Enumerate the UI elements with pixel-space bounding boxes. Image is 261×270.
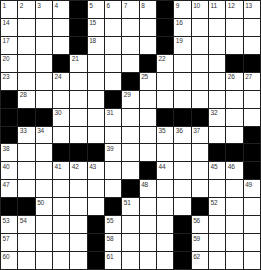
clue-number: 48 xyxy=(141,181,148,188)
black-square xyxy=(1,91,17,108)
clue-number: 18 xyxy=(89,37,96,44)
white-square[interactable] xyxy=(140,216,156,233)
black-square xyxy=(192,198,208,215)
black-square xyxy=(18,198,34,215)
white-square[interactable] xyxy=(157,73,173,90)
white-square[interactable]: 9 xyxy=(174,1,190,18)
white-square[interactable] xyxy=(36,55,52,72)
clue-number: 59 xyxy=(193,235,200,242)
clue-number: 38 xyxy=(3,145,10,152)
white-square[interactable] xyxy=(140,144,156,161)
clue-number: 1 xyxy=(3,2,6,9)
clue-number: 8 xyxy=(141,2,144,9)
clue-number: 39 xyxy=(107,145,114,152)
white-square[interactable] xyxy=(226,252,242,269)
white-square[interactable] xyxy=(88,180,104,197)
white-square[interactable] xyxy=(209,234,225,251)
white-square[interactable] xyxy=(157,91,173,108)
white-square[interactable] xyxy=(226,216,242,233)
white-square[interactable]: 47 xyxy=(1,180,17,197)
black-square xyxy=(36,109,52,126)
black-square xyxy=(105,91,121,108)
white-square[interactable]: 40 xyxy=(1,162,17,179)
clue-number: 2 xyxy=(20,2,23,9)
white-square[interactable] xyxy=(53,234,69,251)
white-square[interactable] xyxy=(88,127,104,144)
white-square[interactable]: 4 xyxy=(53,1,69,18)
white-square[interactable]: 30 xyxy=(53,109,69,126)
black-square xyxy=(244,127,260,144)
white-square[interactable] xyxy=(174,144,190,161)
white-square[interactable] xyxy=(88,55,104,72)
clue-number: 50 xyxy=(37,199,44,206)
white-square[interactable] xyxy=(88,73,104,90)
black-square xyxy=(226,144,242,161)
white-square[interactable] xyxy=(18,252,34,269)
white-square[interactable] xyxy=(226,180,242,197)
black-square xyxy=(122,73,138,90)
white-square[interactable] xyxy=(122,109,138,126)
white-square[interactable] xyxy=(122,144,138,161)
white-square[interactable] xyxy=(53,252,69,269)
clue-number: 52 xyxy=(211,199,218,206)
black-square xyxy=(157,109,173,126)
white-square[interactable]: 1 xyxy=(1,1,17,18)
white-square[interactable]: 32 xyxy=(209,109,225,126)
white-square[interactable]: 25 xyxy=(140,73,156,90)
clue-number: 15 xyxy=(89,19,96,26)
white-square[interactable] xyxy=(157,180,173,197)
black-square xyxy=(18,109,34,126)
white-square[interactable]: 39 xyxy=(105,144,121,161)
black-square xyxy=(174,109,190,126)
white-square[interactable] xyxy=(70,198,86,215)
white-square[interactable]: 34 xyxy=(36,127,52,144)
white-square[interactable]: 46 xyxy=(226,162,242,179)
black-square xyxy=(1,127,17,144)
white-square[interactable] xyxy=(209,73,225,90)
white-square[interactable]: 27 xyxy=(244,73,260,90)
clue-number: 45 xyxy=(211,163,218,170)
white-square[interactable]: 49 xyxy=(244,180,260,197)
clue-number: 35 xyxy=(159,127,166,134)
white-square[interactable]: 8 xyxy=(140,1,156,18)
clue-number: 23 xyxy=(3,73,10,80)
white-square[interactable] xyxy=(174,198,190,215)
white-square[interactable]: 45 xyxy=(209,162,225,179)
clue-number: 7 xyxy=(124,2,127,9)
black-square xyxy=(226,55,242,72)
clue-number: 33 xyxy=(20,127,27,134)
white-square[interactable] xyxy=(88,109,104,126)
white-square[interactable]: 20 xyxy=(1,55,17,72)
white-square[interactable] xyxy=(226,91,242,108)
clue-number: 31 xyxy=(107,109,114,116)
white-square[interactable] xyxy=(192,162,208,179)
white-square[interactable] xyxy=(192,144,208,161)
white-square[interactable] xyxy=(122,37,138,54)
black-square xyxy=(192,109,208,126)
white-square[interactable] xyxy=(209,55,225,72)
white-square[interactable]: 55 xyxy=(105,216,121,233)
white-square[interactable] xyxy=(140,127,156,144)
white-square[interactable] xyxy=(140,109,156,126)
clue-number: 17 xyxy=(3,37,10,44)
white-square[interactable]: 52 xyxy=(209,198,225,215)
clue-number: 30 xyxy=(55,109,62,116)
white-square[interactable] xyxy=(192,73,208,90)
black-square xyxy=(174,234,190,251)
white-square[interactable] xyxy=(18,19,34,36)
white-square[interactable] xyxy=(53,180,69,197)
white-square[interactable] xyxy=(105,73,121,90)
white-square[interactable] xyxy=(18,234,34,251)
clue-number: 12 xyxy=(228,2,235,9)
white-square[interactable]: 22 xyxy=(157,55,173,72)
white-square[interactable]: 26 xyxy=(226,73,242,90)
white-square[interactable]: 50 xyxy=(36,198,52,215)
white-square[interactable] xyxy=(157,252,173,269)
clue-number: 19 xyxy=(176,37,183,44)
white-square[interactable] xyxy=(174,162,190,179)
white-square[interactable]: 60 xyxy=(1,252,17,269)
white-square[interactable]: 35 xyxy=(157,127,173,144)
white-square[interactable] xyxy=(174,91,190,108)
white-square[interactable] xyxy=(192,91,208,108)
white-square[interactable] xyxy=(226,19,242,36)
white-square[interactable] xyxy=(157,144,173,161)
white-square[interactable] xyxy=(70,234,86,251)
white-square[interactable]: 36 xyxy=(174,127,190,144)
black-square xyxy=(70,19,86,36)
clue-number: 40 xyxy=(3,163,10,170)
white-square[interactable]: 14 xyxy=(1,19,17,36)
clue-number: 43 xyxy=(89,163,96,170)
clue-number: 28 xyxy=(20,91,27,98)
clue-number: 61 xyxy=(107,253,114,260)
white-square[interactable] xyxy=(70,91,86,108)
black-square xyxy=(157,37,173,54)
white-square[interactable] xyxy=(105,55,121,72)
white-square[interactable] xyxy=(36,162,52,179)
white-square[interactable] xyxy=(209,91,225,108)
black-square xyxy=(174,252,190,269)
white-square[interactable]: 41 xyxy=(53,162,69,179)
white-square[interactable]: 15 xyxy=(88,19,104,36)
white-square[interactable]: 3 xyxy=(36,1,52,18)
white-square[interactable]: 54 xyxy=(18,216,34,233)
white-square[interactable] xyxy=(192,19,208,36)
white-square[interactable] xyxy=(122,55,138,72)
white-square[interactable] xyxy=(70,109,86,126)
white-square[interactable] xyxy=(209,127,225,144)
white-square[interactable] xyxy=(140,252,156,269)
clue-number: 62 xyxy=(193,253,200,260)
clue-number: 44 xyxy=(159,163,166,170)
clue-number: 36 xyxy=(176,127,183,134)
white-square[interactable] xyxy=(157,216,173,233)
white-square[interactable] xyxy=(140,198,156,215)
clue-number: 57 xyxy=(3,235,10,242)
clue-number: 24 xyxy=(55,73,62,80)
black-square xyxy=(244,144,260,161)
white-square[interactable]: 18 xyxy=(88,37,104,54)
black-square xyxy=(209,144,225,161)
white-square[interactable] xyxy=(244,109,260,126)
white-square[interactable] xyxy=(18,55,34,72)
white-square[interactable] xyxy=(36,252,52,269)
white-square[interactable]: 57 xyxy=(1,234,17,251)
white-square[interactable] xyxy=(244,252,260,269)
white-square[interactable]: 11 xyxy=(209,1,225,18)
white-square[interactable] xyxy=(53,37,69,54)
black-square xyxy=(244,55,260,72)
white-square[interactable]: 21 xyxy=(70,55,86,72)
white-square[interactable] xyxy=(70,127,86,144)
clue-number: 22 xyxy=(159,55,166,62)
white-square[interactable] xyxy=(244,234,260,251)
white-square[interactable] xyxy=(70,252,86,269)
white-square[interactable] xyxy=(209,19,225,36)
white-square[interactable] xyxy=(122,19,138,36)
white-square[interactable] xyxy=(122,216,138,233)
white-square[interactable] xyxy=(209,216,225,233)
white-square[interactable] xyxy=(209,180,225,197)
white-square[interactable]: 10 xyxy=(192,1,208,18)
white-square[interactable]: 48 xyxy=(140,180,156,197)
black-square xyxy=(70,1,86,18)
white-square[interactable] xyxy=(36,19,52,36)
white-square[interactable] xyxy=(209,252,225,269)
white-square[interactable]: 58 xyxy=(105,234,121,251)
white-square[interactable] xyxy=(53,19,69,36)
black-square xyxy=(105,198,121,215)
white-square[interactable] xyxy=(244,198,260,215)
clue-number: 20 xyxy=(3,55,10,62)
black-square xyxy=(53,55,69,72)
clue-number: 29 xyxy=(124,91,131,98)
white-square[interactable] xyxy=(36,180,52,197)
clue-number: 46 xyxy=(228,163,235,170)
white-square[interactable] xyxy=(226,109,242,126)
white-square[interactable] xyxy=(122,127,138,144)
white-square[interactable] xyxy=(18,144,34,161)
clue-number: 10 xyxy=(193,2,200,9)
white-square[interactable]: 61 xyxy=(105,252,121,269)
clue-number: 9 xyxy=(176,2,179,9)
white-square[interactable] xyxy=(226,127,242,144)
white-square[interactable] xyxy=(157,234,173,251)
white-square[interactable]: 24 xyxy=(53,73,69,90)
white-square[interactable] xyxy=(174,73,190,90)
white-square[interactable]: 17 xyxy=(1,37,17,54)
white-square[interactable] xyxy=(140,234,156,251)
white-square[interactable] xyxy=(157,198,173,215)
white-square[interactable]: 51 xyxy=(122,198,138,215)
clue-number: 55 xyxy=(107,217,114,224)
clue-number: 16 xyxy=(176,19,183,26)
white-square[interactable]: 31 xyxy=(105,109,121,126)
white-square[interactable]: 2 xyxy=(18,1,34,18)
clue-number: 37 xyxy=(193,127,200,134)
white-square[interactable]: 16 xyxy=(174,19,190,36)
clue-number: 25 xyxy=(141,73,148,80)
white-square[interactable] xyxy=(88,91,104,108)
clue-number: 13 xyxy=(245,2,252,9)
white-square[interactable] xyxy=(36,73,52,90)
white-square[interactable] xyxy=(105,19,121,36)
white-square[interactable] xyxy=(192,180,208,197)
white-square[interactable] xyxy=(244,91,260,108)
white-square[interactable] xyxy=(105,127,121,144)
white-square[interactable] xyxy=(18,162,34,179)
white-square[interactable] xyxy=(88,198,104,215)
white-square[interactable] xyxy=(174,55,190,72)
white-square[interactable] xyxy=(53,127,69,144)
white-square[interactable] xyxy=(174,180,190,197)
white-square[interactable]: 42 xyxy=(70,162,86,179)
crossword-grid: 1234567891011121314151617181920212223242… xyxy=(0,0,261,270)
black-square xyxy=(88,144,104,161)
white-square[interactable] xyxy=(192,55,208,72)
white-square[interactable] xyxy=(53,91,69,108)
white-square[interactable]: 59 xyxy=(192,234,208,251)
clue-number: 34 xyxy=(37,127,44,134)
black-square xyxy=(157,1,173,18)
black-square xyxy=(157,19,173,36)
clue-number: 54 xyxy=(20,217,27,224)
white-square[interactable]: 13 xyxy=(244,1,260,18)
white-square[interactable] xyxy=(226,234,242,251)
black-square xyxy=(88,234,104,251)
white-square[interactable] xyxy=(226,198,242,215)
white-square[interactable] xyxy=(122,252,138,269)
clue-number: 14 xyxy=(3,19,10,26)
white-square[interactable]: 38 xyxy=(1,144,17,161)
black-square xyxy=(244,162,260,179)
white-square[interactable]: 33 xyxy=(18,127,34,144)
clue-number: 21 xyxy=(72,55,79,62)
clue-number: 6 xyxy=(107,2,110,9)
black-square xyxy=(1,198,17,215)
white-square[interactable] xyxy=(70,73,86,90)
white-square[interactable] xyxy=(18,180,34,197)
white-square[interactable] xyxy=(36,37,52,54)
white-square[interactable] xyxy=(53,216,69,233)
white-square[interactable] xyxy=(70,216,86,233)
white-square[interactable]: 5 xyxy=(88,1,104,18)
white-square[interactable] xyxy=(53,198,69,215)
black-square xyxy=(174,216,190,233)
clue-number: 26 xyxy=(228,73,235,80)
black-square xyxy=(122,180,138,197)
white-square[interactable]: 29 xyxy=(122,91,138,108)
clue-number: 49 xyxy=(245,181,252,188)
clue-number: 32 xyxy=(211,109,218,116)
clue-number: 4 xyxy=(55,2,58,9)
white-square[interactable] xyxy=(70,180,86,197)
black-square xyxy=(140,162,156,179)
white-square[interactable]: 12 xyxy=(226,1,242,18)
white-square[interactable] xyxy=(122,162,138,179)
white-square[interactable] xyxy=(36,91,52,108)
white-square[interactable]: 19 xyxy=(174,37,190,54)
clue-number: 58 xyxy=(107,235,114,242)
white-square[interactable]: 56 xyxy=(192,216,208,233)
black-square xyxy=(88,216,104,233)
white-square[interactable] xyxy=(36,144,52,161)
white-square[interactable]: 37 xyxy=(192,127,208,144)
black-square xyxy=(53,144,69,161)
black-square xyxy=(70,144,86,161)
white-square[interactable]: 28 xyxy=(18,91,34,108)
white-square[interactable] xyxy=(244,37,260,54)
clue-number: 47 xyxy=(3,181,10,188)
white-square[interactable] xyxy=(140,37,156,54)
white-square[interactable] xyxy=(244,216,260,233)
white-square[interactable] xyxy=(226,37,242,54)
clue-number: 3 xyxy=(37,2,40,9)
white-square[interactable] xyxy=(18,37,34,54)
white-square[interactable] xyxy=(244,19,260,36)
clue-number: 56 xyxy=(193,217,200,224)
clue-number: 5 xyxy=(89,2,92,9)
white-square[interactable]: 6 xyxy=(105,1,121,18)
white-square[interactable] xyxy=(209,37,225,54)
clue-number: 51 xyxy=(124,199,131,206)
clue-number: 41 xyxy=(55,163,62,170)
black-square xyxy=(70,37,86,54)
white-square[interactable] xyxy=(140,19,156,36)
clue-number: 60 xyxy=(3,253,10,260)
white-square[interactable] xyxy=(105,162,121,179)
black-square xyxy=(1,109,17,126)
white-square[interactable]: 53 xyxy=(1,216,17,233)
white-square[interactable] xyxy=(105,180,121,197)
white-square[interactable] xyxy=(192,37,208,54)
white-square[interactable]: 44 xyxy=(157,162,173,179)
clue-number: 27 xyxy=(245,73,252,80)
black-square xyxy=(88,252,104,269)
clue-number: 11 xyxy=(211,2,217,9)
white-square[interactable] xyxy=(18,73,34,90)
white-square[interactable]: 23 xyxy=(1,73,17,90)
white-square[interactable]: 43 xyxy=(88,162,104,179)
white-square[interactable]: 62 xyxy=(192,252,208,269)
clue-number: 42 xyxy=(72,163,79,170)
white-square[interactable] xyxy=(36,234,52,251)
black-square xyxy=(140,55,156,72)
white-square[interactable] xyxy=(36,216,52,233)
white-square[interactable] xyxy=(140,91,156,108)
clue-number: 53 xyxy=(3,217,10,224)
white-square[interactable] xyxy=(122,234,138,251)
white-square[interactable] xyxy=(105,37,121,54)
white-square[interactable]: 7 xyxy=(122,1,138,18)
